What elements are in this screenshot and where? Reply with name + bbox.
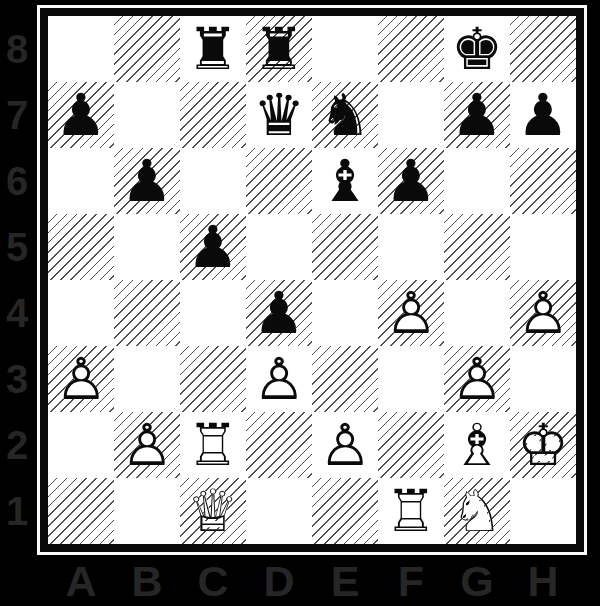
square-e6[interactable]: ♝ bbox=[312, 148, 378, 214]
square-e1[interactable] bbox=[312, 478, 378, 544]
piece-white-pawn-h4[interactable]: ♙ bbox=[510, 280, 576, 346]
rank-labels: 87654321 bbox=[0, 16, 34, 544]
square-h6[interactable] bbox=[510, 148, 576, 214]
square-e2[interactable]: ♟♙ bbox=[312, 412, 378, 478]
square-e8[interactable] bbox=[312, 16, 378, 82]
square-a1[interactable] bbox=[48, 478, 114, 544]
piece-black-pawn-f6[interactable]: ♟ bbox=[378, 148, 444, 214]
square-g2[interactable]: ♝♗ bbox=[444, 412, 510, 478]
piece-black-rook-c8[interactable]: ♜ bbox=[180, 16, 246, 82]
square-g5[interactable] bbox=[444, 214, 510, 280]
square-e7[interactable]: ♞ bbox=[312, 82, 378, 148]
square-b6[interactable]: ♟ bbox=[114, 148, 180, 214]
file-label-f: F bbox=[378, 558, 444, 604]
square-g1[interactable]: ♞♘ bbox=[444, 478, 510, 544]
piece-fill-white-king-h2: ♚ bbox=[510, 412, 576, 478]
square-f6[interactable]: ♟ bbox=[378, 148, 444, 214]
square-a4[interactable] bbox=[48, 280, 114, 346]
square-g8[interactable]: ♚ bbox=[444, 16, 510, 82]
piece-fill-white-rook-c2: ♜ bbox=[180, 412, 246, 478]
piece-white-pawn-b2[interactable]: ♙ bbox=[114, 412, 180, 478]
rank-label-8: 8 bbox=[0, 16, 34, 82]
piece-fill-white-pawn-g3: ♟ bbox=[444, 346, 510, 412]
piece-white-rook-c2[interactable]: ♖ bbox=[180, 412, 246, 478]
square-h1[interactable] bbox=[510, 478, 576, 544]
square-b8[interactable] bbox=[114, 16, 180, 82]
file-label-h: H bbox=[510, 558, 576, 604]
piece-fill-white-queen-c1: ♛ bbox=[180, 478, 246, 544]
rank-label-2: 2 bbox=[0, 412, 34, 478]
file-label-c: C bbox=[180, 558, 246, 604]
square-f8[interactable] bbox=[378, 16, 444, 82]
piece-black-pawn-b6[interactable]: ♟ bbox=[114, 148, 180, 214]
square-f3[interactable] bbox=[378, 346, 444, 412]
square-g4[interactable] bbox=[444, 280, 510, 346]
piece-white-pawn-e2[interactable]: ♙ bbox=[312, 412, 378, 478]
piece-white-king-h2[interactable]: ♔ bbox=[510, 412, 576, 478]
square-d8[interactable]: ♜ bbox=[246, 16, 312, 82]
square-h2[interactable]: ♚♔ bbox=[510, 412, 576, 478]
square-h5[interactable] bbox=[510, 214, 576, 280]
piece-white-pawn-a3[interactable]: ♙ bbox=[48, 346, 114, 412]
piece-black-pawn-d4[interactable]: ♟ bbox=[246, 280, 312, 346]
rank-label-1: 1 bbox=[0, 478, 34, 544]
square-g3[interactable]: ♟♙ bbox=[444, 346, 510, 412]
rank-label-7: 7 bbox=[0, 82, 34, 148]
square-c6[interactable] bbox=[180, 148, 246, 214]
file-label-b: B bbox=[114, 558, 180, 604]
square-c8[interactable]: ♜ bbox=[180, 16, 246, 82]
square-c1[interactable]: ♛♕ bbox=[180, 478, 246, 544]
piece-fill-white-pawn-b2: ♟ bbox=[114, 412, 180, 478]
file-label-g: G bbox=[444, 558, 510, 604]
square-f4[interactable]: ♟♙ bbox=[378, 280, 444, 346]
piece-fill-white-bishop-g2: ♝ bbox=[444, 412, 510, 478]
square-a3[interactable]: ♟♙ bbox=[48, 346, 114, 412]
square-d4[interactable]: ♟ bbox=[246, 280, 312, 346]
square-c4[interactable] bbox=[180, 280, 246, 346]
piece-white-queen-c1[interactable]: ♕ bbox=[180, 478, 246, 544]
piece-black-rook-d8[interactable]: ♜ bbox=[246, 16, 312, 82]
square-b4[interactable] bbox=[114, 280, 180, 346]
square-e5[interactable] bbox=[312, 214, 378, 280]
board-outline: ♜♜♚♟♛♞♟♟♟♝♟♟♟♟♙♟♙♟♙♟♙♟♙♟♙♜♖♟♙♝♗♚♔♛♕♜♖♞♘ bbox=[37, 5, 587, 555]
file-label-a: A bbox=[48, 558, 114, 604]
piece-black-king-g8[interactable]: ♚ bbox=[444, 16, 510, 82]
chess-diagram: 87654321 ♜♜♚♟♛♞♟♟♟♝♟♟♟♟♙♟♙♟♙♟♙♟♙♟♙♜♖♟♙♝♗… bbox=[0, 0, 600, 606]
piece-white-knight-g1[interactable]: ♘ bbox=[444, 478, 510, 544]
square-d2[interactable] bbox=[246, 412, 312, 478]
board-frame: ♜♜♚♟♛♞♟♟♟♝♟♟♟♟♙♟♙♟♙♟♙♟♙♟♙♜♖♟♙♝♗♚♔♛♕♜♖♞♘ bbox=[40, 8, 584, 552]
piece-black-bishop-e6[interactable]: ♝ bbox=[312, 148, 378, 214]
square-c5[interactable]: ♟ bbox=[180, 214, 246, 280]
square-b2[interactable]: ♟♙ bbox=[114, 412, 180, 478]
piece-black-pawn-h7[interactable]: ♟ bbox=[510, 82, 576, 148]
square-f1[interactable]: ♜♖ bbox=[378, 478, 444, 544]
file-label-e: E bbox=[312, 558, 378, 604]
square-b3[interactable] bbox=[114, 346, 180, 412]
square-d1[interactable] bbox=[246, 478, 312, 544]
chessboard: ♜♜♚♟♛♞♟♟♟♝♟♟♟♟♙♟♙♟♙♟♙♟♙♟♙♜♖♟♙♝♗♚♔♛♕♜♖♞♘ bbox=[48, 16, 576, 544]
square-b7[interactable] bbox=[114, 82, 180, 148]
rank-label-4: 4 bbox=[0, 280, 34, 346]
square-a5[interactable] bbox=[48, 214, 114, 280]
square-c3[interactable] bbox=[180, 346, 246, 412]
file-label-d: D bbox=[246, 558, 312, 604]
piece-black-pawn-a7[interactable]: ♟ bbox=[48, 82, 114, 148]
square-e4[interactable] bbox=[312, 280, 378, 346]
square-d7[interactable]: ♛ bbox=[246, 82, 312, 148]
square-e3[interactable] bbox=[312, 346, 378, 412]
square-h8[interactable] bbox=[510, 16, 576, 82]
file-labels: ABCDEFGH bbox=[48, 558, 576, 604]
piece-fill-white-pawn-a3: ♟ bbox=[48, 346, 114, 412]
piece-fill-white-knight-g1: ♞ bbox=[444, 478, 510, 544]
square-f5[interactable] bbox=[378, 214, 444, 280]
piece-white-pawn-d3[interactable]: ♙ bbox=[246, 346, 312, 412]
square-a8[interactable] bbox=[48, 16, 114, 82]
rank-label-3: 3 bbox=[0, 346, 34, 412]
square-f7[interactable] bbox=[378, 82, 444, 148]
square-c7[interactable] bbox=[180, 82, 246, 148]
piece-fill-white-pawn-h4: ♟ bbox=[510, 280, 576, 346]
square-h3[interactable] bbox=[510, 346, 576, 412]
piece-black-queen-d7[interactable]: ♛ bbox=[246, 82, 312, 148]
piece-fill-white-rook-f1: ♜ bbox=[378, 478, 444, 544]
square-g6[interactable] bbox=[444, 148, 510, 214]
square-d3[interactable]: ♟♙ bbox=[246, 346, 312, 412]
piece-fill-white-pawn-e2: ♟ bbox=[312, 412, 378, 478]
piece-white-bishop-g2[interactable]: ♗ bbox=[444, 412, 510, 478]
piece-fill-white-pawn-f4: ♟ bbox=[378, 280, 444, 346]
square-f2[interactable] bbox=[378, 412, 444, 478]
square-d5[interactable] bbox=[246, 214, 312, 280]
square-a7[interactable]: ♟ bbox=[48, 82, 114, 148]
square-b1[interactable] bbox=[114, 478, 180, 544]
piece-white-pawn-g3[interactable]: ♙ bbox=[444, 346, 510, 412]
piece-black-knight-e7[interactable]: ♞ bbox=[312, 82, 378, 148]
rank-label-6: 6 bbox=[0, 148, 34, 214]
square-d6[interactable] bbox=[246, 148, 312, 214]
piece-fill-white-pawn-d3: ♟ bbox=[246, 346, 312, 412]
square-h4[interactable]: ♟♙ bbox=[510, 280, 576, 346]
square-c2[interactable]: ♜♖ bbox=[180, 412, 246, 478]
piece-white-rook-f1[interactable]: ♖ bbox=[378, 478, 444, 544]
square-h7[interactable]: ♟ bbox=[510, 82, 576, 148]
square-b5[interactable] bbox=[114, 214, 180, 280]
piece-white-pawn-f4[interactable]: ♙ bbox=[378, 280, 444, 346]
piece-black-pawn-g7[interactable]: ♟ bbox=[444, 82, 510, 148]
rank-label-5: 5 bbox=[0, 214, 34, 280]
square-a6[interactable] bbox=[48, 148, 114, 214]
piece-black-pawn-c5[interactable]: ♟ bbox=[180, 214, 246, 280]
square-g7[interactable]: ♟ bbox=[444, 82, 510, 148]
square-a2[interactable] bbox=[48, 412, 114, 478]
